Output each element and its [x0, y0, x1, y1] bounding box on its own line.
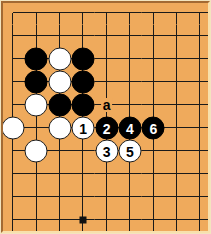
intersection-h11 — [165, 186, 188, 209]
intersection-d18 — [71, 25, 94, 48]
intersection-b11 — [25, 186, 48, 209]
intersection-c10 — [48, 209, 71, 232]
intersection-g12 — [142, 163, 165, 186]
intersection-f16 — [118, 71, 141, 94]
intersection-f13: 5 — [118, 140, 141, 163]
intersection-a11 — [1, 186, 24, 209]
intersection-h17 — [165, 48, 188, 71]
intersection-e10 — [95, 209, 118, 232]
intersection-e14: 2 — [95, 117, 118, 140]
white-stone-c14 — [48, 117, 71, 140]
intersection-a18 — [1, 25, 24, 48]
intersection-c18 — [48, 25, 71, 48]
intersection-b19 — [25, 2, 48, 25]
intersection-c17 — [48, 48, 71, 71]
intersection-g15 — [142, 94, 165, 117]
go-board-grid: a124635 — [1, 2, 210, 232]
intersection-a17 — [1, 48, 24, 71]
intersection-f10 — [118, 209, 141, 232]
intersection-g14: 6 — [142, 117, 165, 140]
intersection-a12 — [1, 163, 24, 186]
black-stone-move-2-e14: 2 — [95, 117, 118, 140]
intersection-e12 — [95, 163, 118, 186]
intersection-d12 — [71, 163, 94, 186]
intersection-d16 — [71, 71, 94, 94]
intersection-b13 — [25, 140, 48, 163]
black-stone-move-6-g14: 6 — [142, 117, 165, 140]
white-stone-a14 — [2, 117, 25, 140]
intersection-h15 — [165, 94, 188, 117]
intersection-d14: 1 — [71, 117, 94, 140]
intersection-h10 — [165, 209, 188, 232]
star-point-d10 — [80, 217, 87, 224]
intersection-f18 — [118, 25, 141, 48]
intersection-j10 — [188, 209, 210, 232]
intersection-f17 — [118, 48, 141, 71]
intersection-j14 — [188, 117, 210, 140]
intersection-b16 — [25, 71, 48, 94]
intersection-b18 — [25, 25, 48, 48]
intersection-a15 — [1, 94, 24, 117]
intersection-h12 — [165, 163, 188, 186]
intersection-f15 — [118, 94, 141, 117]
black-stone-d15 — [72, 94, 95, 117]
white-stone-c16 — [48, 71, 71, 94]
intersection-g16 — [142, 71, 165, 94]
intersection-g13 — [142, 140, 165, 163]
intersection-b14 — [25, 117, 48, 140]
intersection-h19 — [165, 2, 188, 25]
intersection-f14: 4 — [118, 117, 141, 140]
intersection-a13 — [1, 140, 24, 163]
intersection-f11 — [118, 186, 141, 209]
intersection-c11 — [48, 186, 71, 209]
black-stone-move-4-f14: 4 — [118, 117, 141, 140]
intersection-d17 — [71, 48, 94, 71]
intersection-h16 — [165, 71, 188, 94]
intersection-c19 — [48, 2, 71, 25]
point-label-a: a — [101, 98, 113, 112]
intersection-h13 — [165, 140, 188, 163]
intersection-a19 — [1, 2, 24, 25]
intersection-j17 — [188, 48, 210, 71]
intersection-e19 — [95, 2, 118, 25]
intersection-e13: 3 — [95, 140, 118, 163]
intersection-d19 — [71, 2, 94, 25]
intersection-e16 — [95, 71, 118, 94]
black-stone-b16 — [25, 71, 48, 94]
intersection-e15: a — [95, 94, 118, 117]
intersection-j11 — [188, 186, 210, 209]
intersection-g18 — [142, 25, 165, 48]
intersection-j18 — [188, 25, 210, 48]
intersection-j19 — [188, 2, 210, 25]
intersection-a10 — [1, 209, 24, 232]
white-stone-move-1-d14: 1 — [72, 117, 95, 140]
intersection-g10 — [142, 209, 165, 232]
intersection-b15 — [25, 94, 48, 117]
black-stone-d17 — [72, 48, 95, 71]
intersection-c16 — [48, 71, 71, 94]
intersection-c12 — [48, 163, 71, 186]
intersection-d13 — [71, 140, 94, 163]
white-stone-c17 — [48, 48, 71, 71]
intersection-d10 — [71, 209, 94, 232]
intersection-j13 — [188, 140, 210, 163]
intersection-j15 — [188, 94, 210, 117]
intersection-e18 — [95, 25, 118, 48]
intersection-f12 — [118, 163, 141, 186]
intersection-h14 — [165, 117, 188, 140]
intersection-e11 — [95, 186, 118, 209]
intersection-b12 — [25, 163, 48, 186]
white-stone-move-5-f13: 5 — [118, 140, 141, 163]
intersection-f19 — [118, 2, 141, 25]
black-stone-b17 — [25, 48, 48, 71]
intersection-g17 — [142, 48, 165, 71]
intersection-c15 — [48, 94, 71, 117]
intersection-c13 — [48, 140, 71, 163]
black-stone-c15 — [48, 94, 71, 117]
go-diagram: a124635 — [0, 0, 211, 234]
intersection-a14 — [1, 117, 24, 140]
intersection-g11 — [142, 186, 165, 209]
go-board: a124635 — [1, 1, 210, 233]
intersection-d15 — [71, 94, 94, 117]
intersection-j12 — [188, 163, 210, 186]
intersection-h18 — [165, 25, 188, 48]
intersection-c14 — [48, 117, 71, 140]
intersection-e17 — [95, 48, 118, 71]
black-stone-d16 — [72, 71, 95, 94]
intersection-g19 — [142, 2, 165, 25]
white-stone-b13 — [25, 140, 48, 163]
intersection-d11 — [71, 186, 94, 209]
intersection-b10 — [25, 209, 48, 232]
intersection-a16 — [1, 71, 24, 94]
white-stone-move-3-e13: 3 — [95, 140, 118, 163]
white-stone-b15 — [25, 94, 48, 117]
intersection-j16 — [188, 71, 210, 94]
intersection-b17 — [25, 48, 48, 71]
